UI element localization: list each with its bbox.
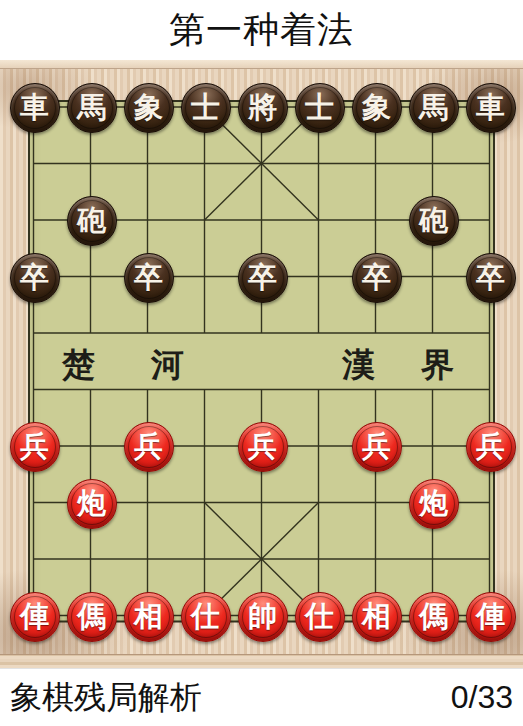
piece-red-cannon[interactable]: 炮 <box>409 479 459 529</box>
board-frame-bottom-rail <box>0 654 523 668</box>
piece-black-chariot[interactable]: 車 <box>10 83 60 133</box>
piece-red-advisor[interactable]: 仕 <box>295 592 345 642</box>
piece-red-soldier[interactable]: 兵 <box>466 422 516 472</box>
piece-black-soldier[interactable]: 卒 <box>124 253 174 303</box>
piece-red-soldier[interactable]: 兵 <box>352 422 402 472</box>
piece-red-horse[interactable]: 傌 <box>67 592 117 642</box>
status-title: 象棋残局解析 <box>10 676 202 720</box>
piece-black-soldier[interactable]: 卒 <box>466 253 516 303</box>
piece-black-elephant[interactable]: 象 <box>352 83 402 133</box>
status-bar: 象棋残局解析 0/33 <box>0 668 523 726</box>
piece-red-soldier[interactable]: 兵 <box>124 422 174 472</box>
piece-black-soldier[interactable]: 卒 <box>10 253 60 303</box>
move-counter: 0/33 <box>451 679 513 716</box>
piece-black-horse[interactable]: 馬 <box>67 83 117 133</box>
piece-black-chariot[interactable]: 車 <box>466 83 516 133</box>
river-label-han-jie: 漢 界 <box>342 343 454 383</box>
piece-red-horse[interactable]: 傌 <box>409 592 459 642</box>
piece-red-elephant[interactable]: 相 <box>352 592 402 642</box>
piece-red-advisor[interactable]: 仕 <box>181 592 231 642</box>
piece-red-general[interactable]: 帥 <box>238 592 288 642</box>
piece-black-advisor[interactable]: 士 <box>295 83 345 133</box>
piece-red-soldier[interactable]: 兵 <box>238 422 288 472</box>
piece-black-horse[interactable]: 馬 <box>409 83 459 133</box>
piece-black-general[interactable]: 將 <box>238 83 288 133</box>
piece-black-elephant[interactable]: 象 <box>124 83 174 133</box>
river-label-chu-he: 楚 河 <box>62 343 184 383</box>
piece-black-cannon[interactable]: 砲 <box>409 196 459 246</box>
board: 楚 河 漢 界 車馬象士將士象馬車砲砲卒卒卒卒卒兵兵兵兵兵炮炮俥傌相仕帥仕相傌俥 <box>0 60 523 668</box>
piece-black-soldier[interactable]: 卒 <box>352 253 402 303</box>
board-frame-top-rail <box>0 60 523 69</box>
piece-black-soldier[interactable]: 卒 <box>238 253 288 303</box>
xiangqi-app: 第一种着法 楚 河 漢 界 車馬象士將士象馬車砲砲卒卒卒卒卒兵兵兵兵兵炮炮俥傌相… <box>0 0 523 726</box>
piece-black-advisor[interactable]: 士 <box>181 83 231 133</box>
title-bar: 第一种着法 <box>0 0 523 60</box>
piece-red-elephant[interactable]: 相 <box>124 592 174 642</box>
page-title: 第一种着法 <box>169 6 354 55</box>
piece-red-cannon[interactable]: 炮 <box>67 479 117 529</box>
piece-black-cannon[interactable]: 砲 <box>67 196 117 246</box>
piece-red-soldier[interactable]: 兵 <box>10 422 60 472</box>
piece-red-chariot[interactable]: 俥 <box>466 592 516 642</box>
piece-red-chariot[interactable]: 俥 <box>10 592 60 642</box>
